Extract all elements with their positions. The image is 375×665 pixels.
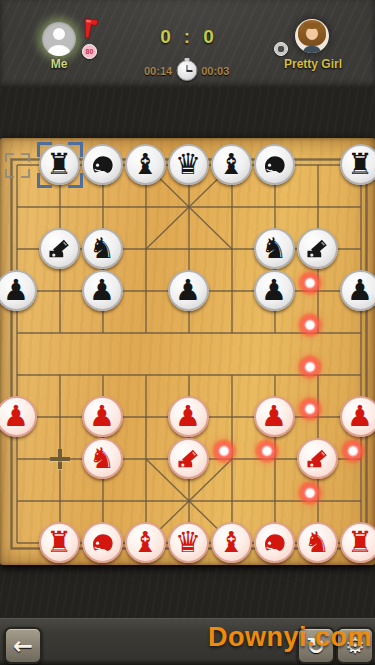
piece-black-cannon[interactable]: [39, 228, 80, 269]
avatar-silhouette-icon: [53, 28, 65, 40]
piece-black-pawn[interactable]: ♟: [82, 270, 123, 311]
piece-red-pawn[interactable]: ♟: [254, 396, 295, 437]
score-separator: :: [184, 26, 190, 48]
undo-button[interactable]: ↻: [297, 627, 335, 664]
piece-red-pawn[interactable]: ♟: [82, 396, 123, 437]
avatar-fringe: [304, 23, 320, 29]
bottom-toolbar: ← ↻ ⚙: [0, 618, 375, 665]
my-timer: 00:14: [144, 65, 172, 77]
piece-black-pawn[interactable]: ♟: [0, 270, 37, 311]
horse-glyph: ♞: [304, 524, 330, 561]
piece-red-elephant[interactable]: [82, 522, 123, 563]
back-arrow-icon: ←: [13, 631, 33, 661]
elephant-icon: [89, 529, 116, 556]
elephant-icon: [261, 529, 288, 556]
piece-black-advisor[interactable]: ♝: [125, 144, 166, 185]
board-background: ♜♝♛♝♜♞♞♟♟♟♟♟♟♟♟♟♟♞♜♝♛♝♞♜: [0, 88, 375, 618]
piece-red-advisor[interactable]: ♝: [211, 522, 252, 563]
score-left: 0: [160, 26, 171, 48]
cannon-icon: [304, 446, 330, 472]
move-hint-dot[interactable]: [254, 438, 280, 464]
piece-red-pawn[interactable]: ♟: [0, 396, 37, 437]
horse-glyph: ♞: [89, 230, 115, 267]
pawn-glyph: ♟: [3, 398, 29, 435]
pawn-glyph: ♟: [347, 272, 373, 309]
avatar-silhouette-icon: [48, 45, 70, 56]
piece-red-cannon[interactable]: [297, 438, 338, 479]
opponent-player-name: Pretty Girl: [268, 57, 358, 71]
rook-glyph: ♜: [347, 146, 373, 183]
top-player-bar: 80 Me 0 : 0 00:14 00:03 Pretty Girl: [0, 0, 375, 90]
xiangqi-board[interactable]: ♜♝♛♝♜♞♞♟♟♟♟♟♟♟♟♟♟♞♜♝♛♝♞♜: [0, 138, 375, 565]
cannon-icon: [175, 446, 201, 472]
opponent-avatar[interactable]: [295, 19, 329, 53]
settings-button[interactable]: ⚙: [336, 627, 374, 664]
move-origin-bracket: [5, 153, 30, 178]
gear-icon: ⚙: [345, 633, 365, 658]
pawn-glyph: ♟: [89, 272, 115, 309]
move-hint-dot[interactable]: [297, 480, 323, 506]
rook-glyph: ♜: [347, 524, 373, 561]
rook-glyph: ♜: [46, 524, 72, 561]
opponent-timer: 00:03: [201, 65, 229, 77]
move-hint-dot[interactable]: [297, 396, 323, 422]
my-player-name: Me: [14, 57, 104, 71]
pawn-glyph: ♟: [3, 272, 29, 309]
cannon-icon: [46, 236, 72, 262]
piece-red-advisor[interactable]: ♝: [125, 522, 166, 563]
last-move-selection-frame: [37, 142, 83, 188]
back-button[interactable]: ←: [4, 627, 42, 664]
move-origin-crosshair: [50, 449, 70, 469]
piece-black-advisor[interactable]: ♝: [211, 144, 252, 185]
piece-red-rook[interactable]: ♜: [39, 522, 80, 563]
piece-red-pawn[interactable]: ♟: [168, 396, 209, 437]
advisor-glyph: ♝: [132, 146, 158, 183]
king-glyph: ♛: [175, 524, 201, 561]
pawn-glyph: ♟: [175, 398, 201, 435]
piece-red-horse[interactable]: ♞: [297, 522, 338, 563]
elephant-icon: [261, 151, 288, 178]
win-streak-dart-icon: [83, 17, 99, 40]
pawn-glyph: ♟: [261, 398, 287, 435]
pawn-glyph: ♟: [261, 272, 287, 309]
xiangqi-game-screen: 80 Me 0 : 0 00:14 00:03 Pretty Girl ♜♝♛♝…: [0, 0, 375, 665]
pawn-glyph: ♟: [347, 398, 373, 435]
move-hint-dot[interactable]: [340, 438, 366, 464]
score-right: 0: [203, 26, 214, 48]
advisor-glyph: ♝: [218, 146, 244, 183]
piece-black-pawn[interactable]: ♟: [254, 270, 295, 311]
king-glyph: ♛: [175, 146, 201, 183]
piece-red-horse[interactable]: ♞: [82, 438, 123, 479]
piece-black-elephant[interactable]: [82, 144, 123, 185]
board-grid: ♜♝♛♝♜♞♞♟♟♟♟♟♟♟♟♟♟♞♜♝♛♝♞♜: [0, 144, 375, 564]
elephant-icon: [89, 151, 116, 178]
move-hint-dot[interactable]: [297, 312, 323, 338]
clock-icon: [176, 60, 197, 81]
piece-black-elephant[interactable]: [254, 144, 295, 185]
opponent-medal-badge: [274, 42, 288, 56]
piece-red-elephant[interactable]: [254, 522, 295, 563]
piece-red-king[interactable]: ♛: [168, 522, 209, 563]
avatar-torso: [303, 46, 321, 53]
piece-black-king[interactable]: ♛: [168, 144, 209, 185]
piece-black-horse[interactable]: ♞: [254, 228, 295, 269]
score-display: 0 : 0: [160, 26, 213, 48]
refresh-arrow-icon: ↻: [306, 633, 325, 659]
piece-black-rook[interactable]: ♜: [340, 144, 375, 185]
piece-black-horse[interactable]: ♞: [82, 228, 123, 269]
move-hint-dot[interactable]: [211, 438, 237, 464]
piece-black-pawn[interactable]: ♟: [168, 270, 209, 311]
move-hint-dot[interactable]: [297, 354, 323, 380]
piece-red-cannon[interactable]: [168, 438, 209, 479]
horse-glyph: ♞: [89, 440, 115, 477]
my-avatar[interactable]: [42, 22, 76, 56]
piece-black-cannon[interactable]: [297, 228, 338, 269]
piece-red-pawn[interactable]: ♟: [340, 396, 375, 437]
advisor-glyph: ♝: [132, 524, 158, 561]
pawn-glyph: ♟: [175, 272, 201, 309]
piece-black-pawn[interactable]: ♟: [340, 270, 375, 311]
cannon-icon: [304, 236, 330, 262]
move-hint-dot[interactable]: [297, 270, 323, 296]
advisor-glyph: ♝: [218, 524, 244, 561]
timer-row: 00:14 00:03: [144, 60, 229, 81]
piece-red-rook[interactable]: ♜: [340, 522, 375, 563]
pawn-glyph: ♟: [89, 398, 115, 435]
horse-glyph: ♞: [261, 230, 287, 267]
